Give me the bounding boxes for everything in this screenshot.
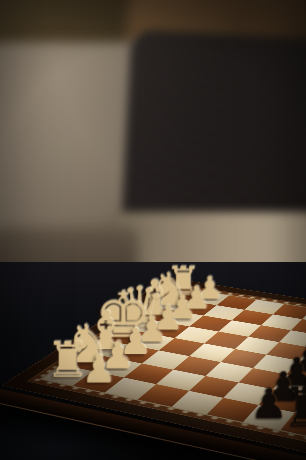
photo-scene: ♜♞♝♛♚♝♞♜♟♟♟♟♟♟♟♟♟♟♟♟♟♟♟♟♜♞♝♛♚♝♞♜ [0, 0, 306, 460]
white-pawn-icon: ♟ [81, 350, 116, 389]
